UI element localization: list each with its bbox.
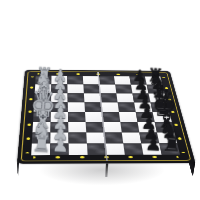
square: ♟ bbox=[141, 143, 161, 154]
square: ♜ bbox=[159, 143, 180, 154]
chess-board-case: ♜♟♟♜♞♟♟♞♝♟♟♝♛♟♟♛♚♟♟♚♝♟♟♝♞♟♟♞♜♟♟♜ bbox=[17, 70, 195, 164]
case-side-front bbox=[19, 163, 193, 181]
chess-piece-white-r: ♜ bbox=[31, 132, 52, 155]
chess-piece-black-r: ♜ bbox=[161, 132, 182, 155]
product-photo: ♜♟♟♜♞♟♟♞♝♟♟♝♛♟♟♛♚♟♟♚♝♟♟♝♞♟♟♞♜♟♟♜ bbox=[0, 0, 200, 200]
case-hinge-seam bbox=[105, 163, 108, 177]
square: ♟ bbox=[50, 143, 69, 155]
chess-piece-black-p: ♟ bbox=[144, 135, 162, 154]
chess-piece-white-p: ♟ bbox=[51, 135, 69, 155]
chess-set: ♜♟♟♜♞♟♟♞♝♟♟♝♛♟♟♛♚♟♟♚♝♟♟♝♞♟♟♞♜♟♟♜ bbox=[18, 28, 186, 196]
square: ♜ bbox=[31, 144, 50, 156]
